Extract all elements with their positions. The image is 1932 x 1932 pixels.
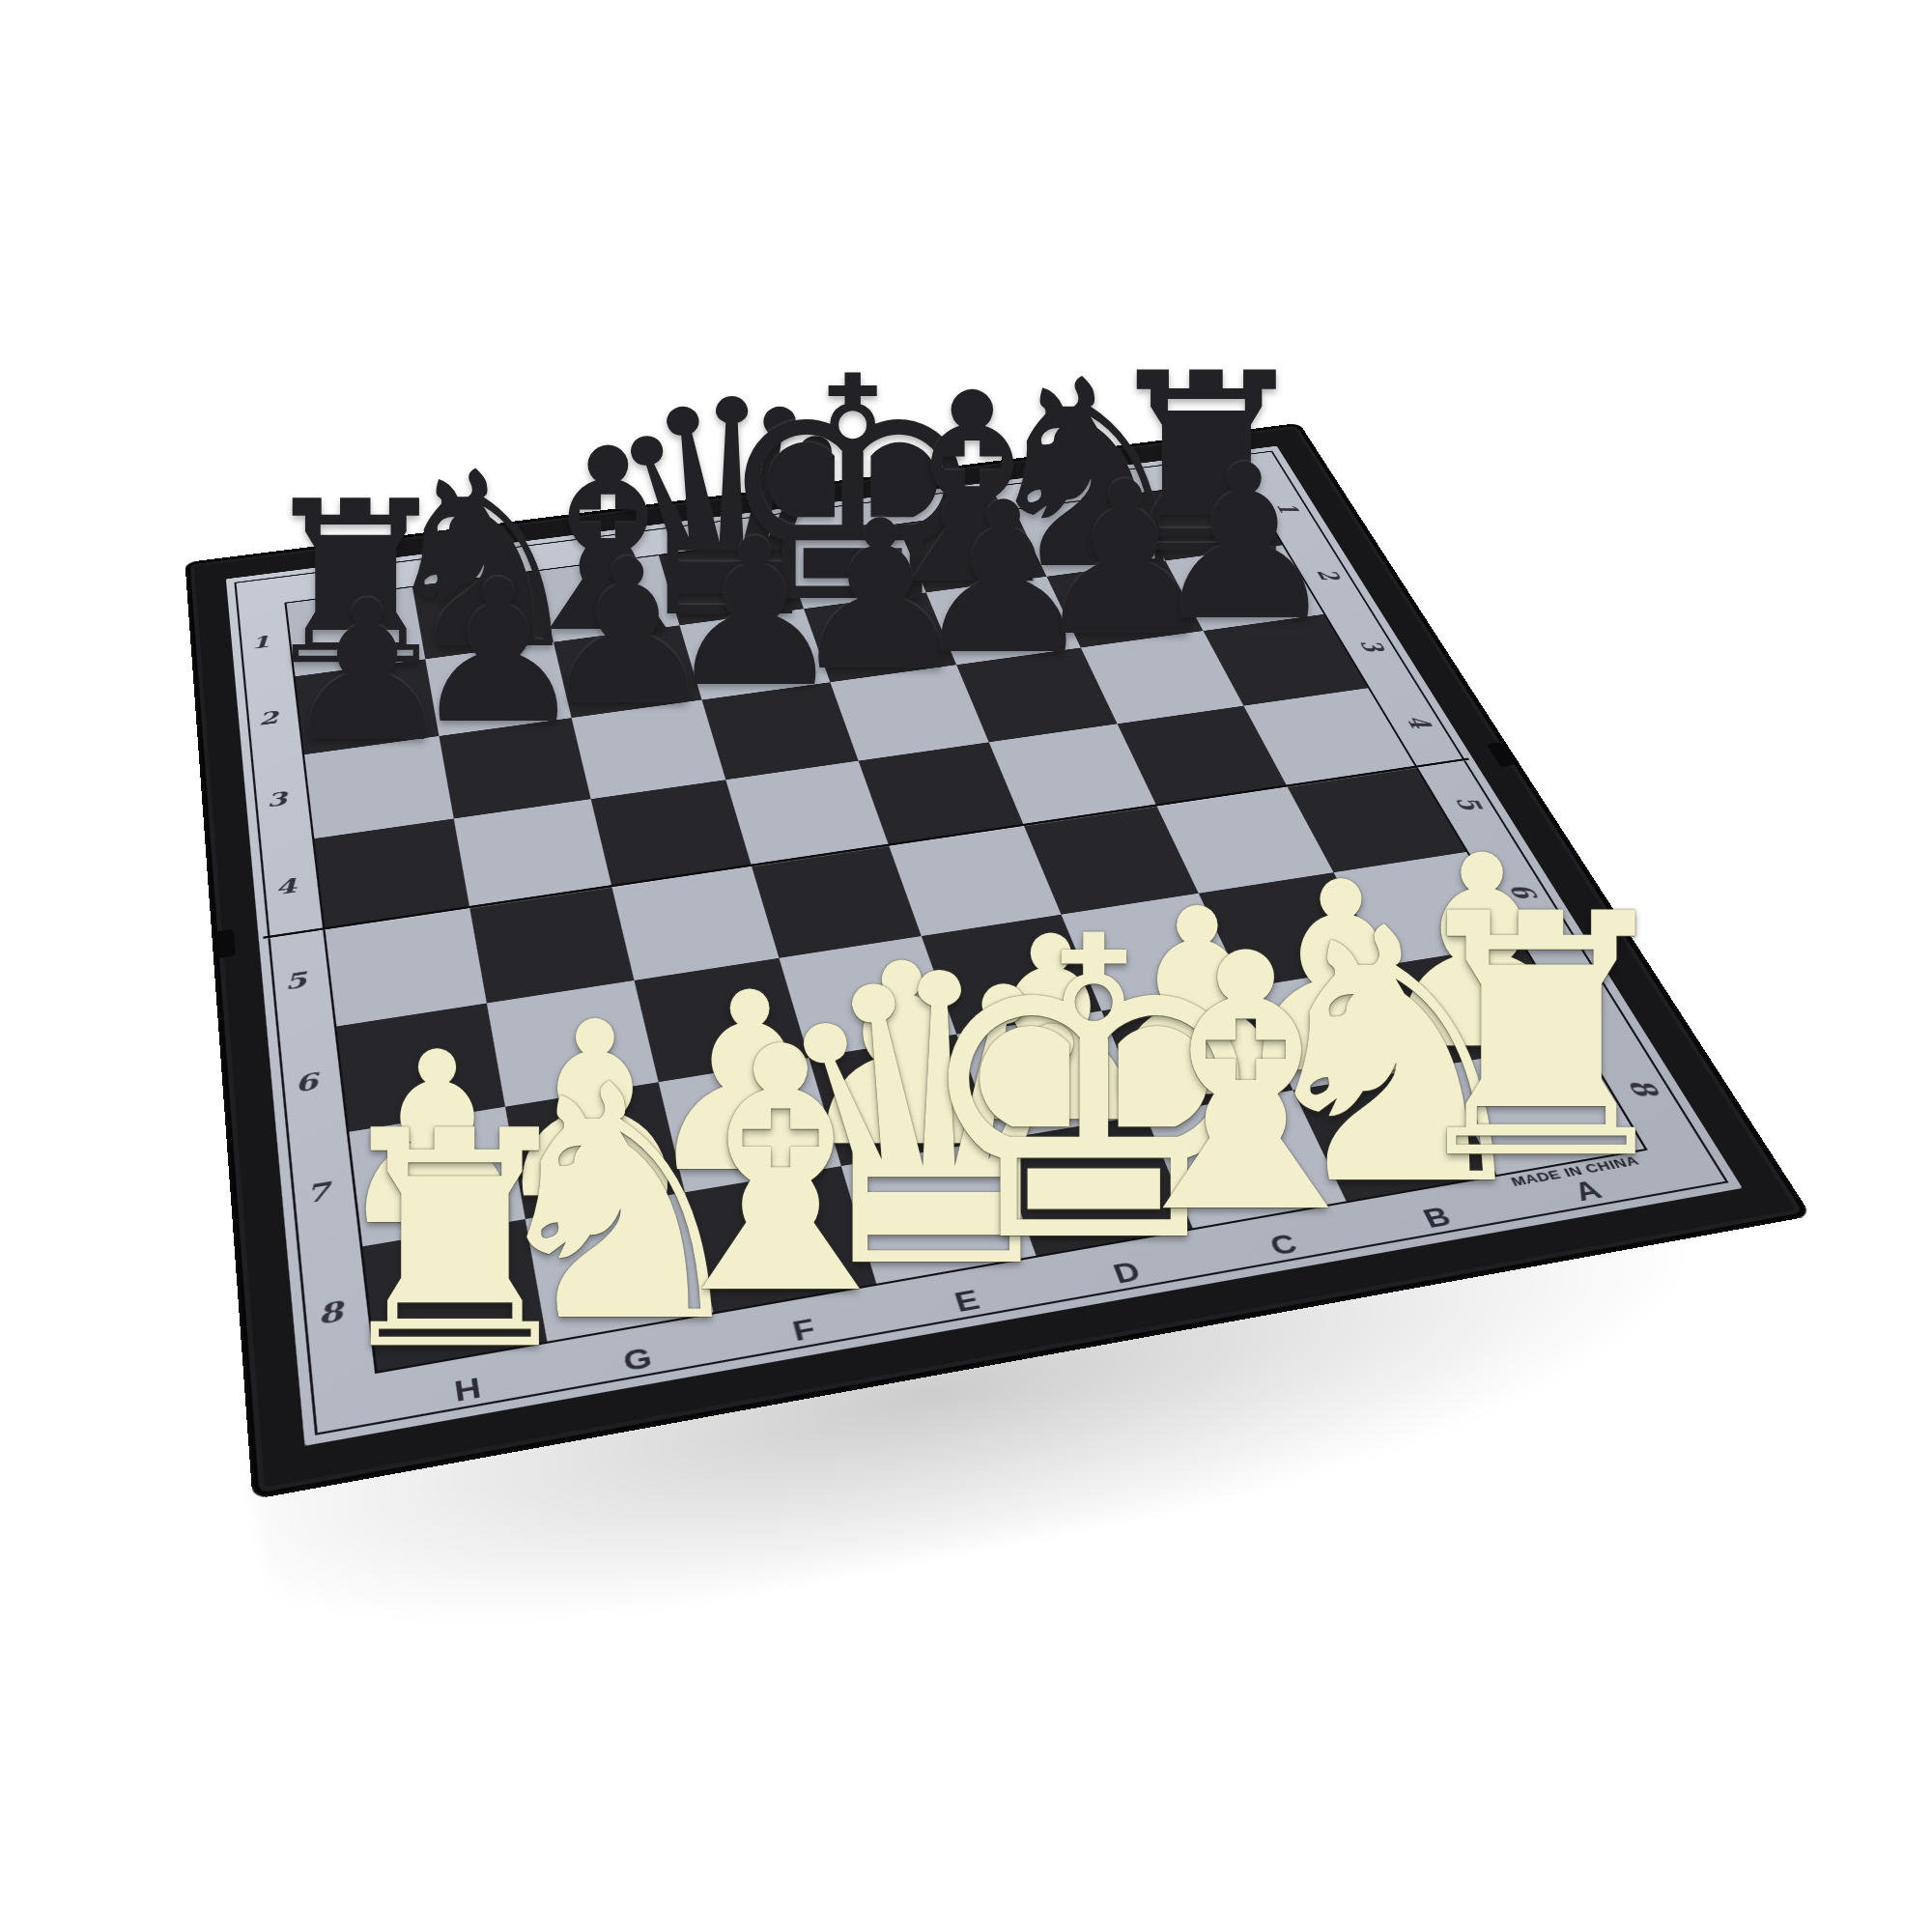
piece-white-rook-a8[interactable]: ♜	[1374, 871, 1708, 1206]
product-photo-scene: 1122334455667788HGFEDCBA MADE IN CHINA ♜…	[0, 0, 1932, 1932]
pieces-layer: ♜♞♝♛♚♝♞♜♟♟♟♟♟♟♟♟♟♟♟♟♟♟♟♟♜♞♝♛♚♝♞♜	[0, 0, 1932, 1932]
piece-black-pawn-a2[interactable]: ♟	[1138, 437, 1351, 650]
